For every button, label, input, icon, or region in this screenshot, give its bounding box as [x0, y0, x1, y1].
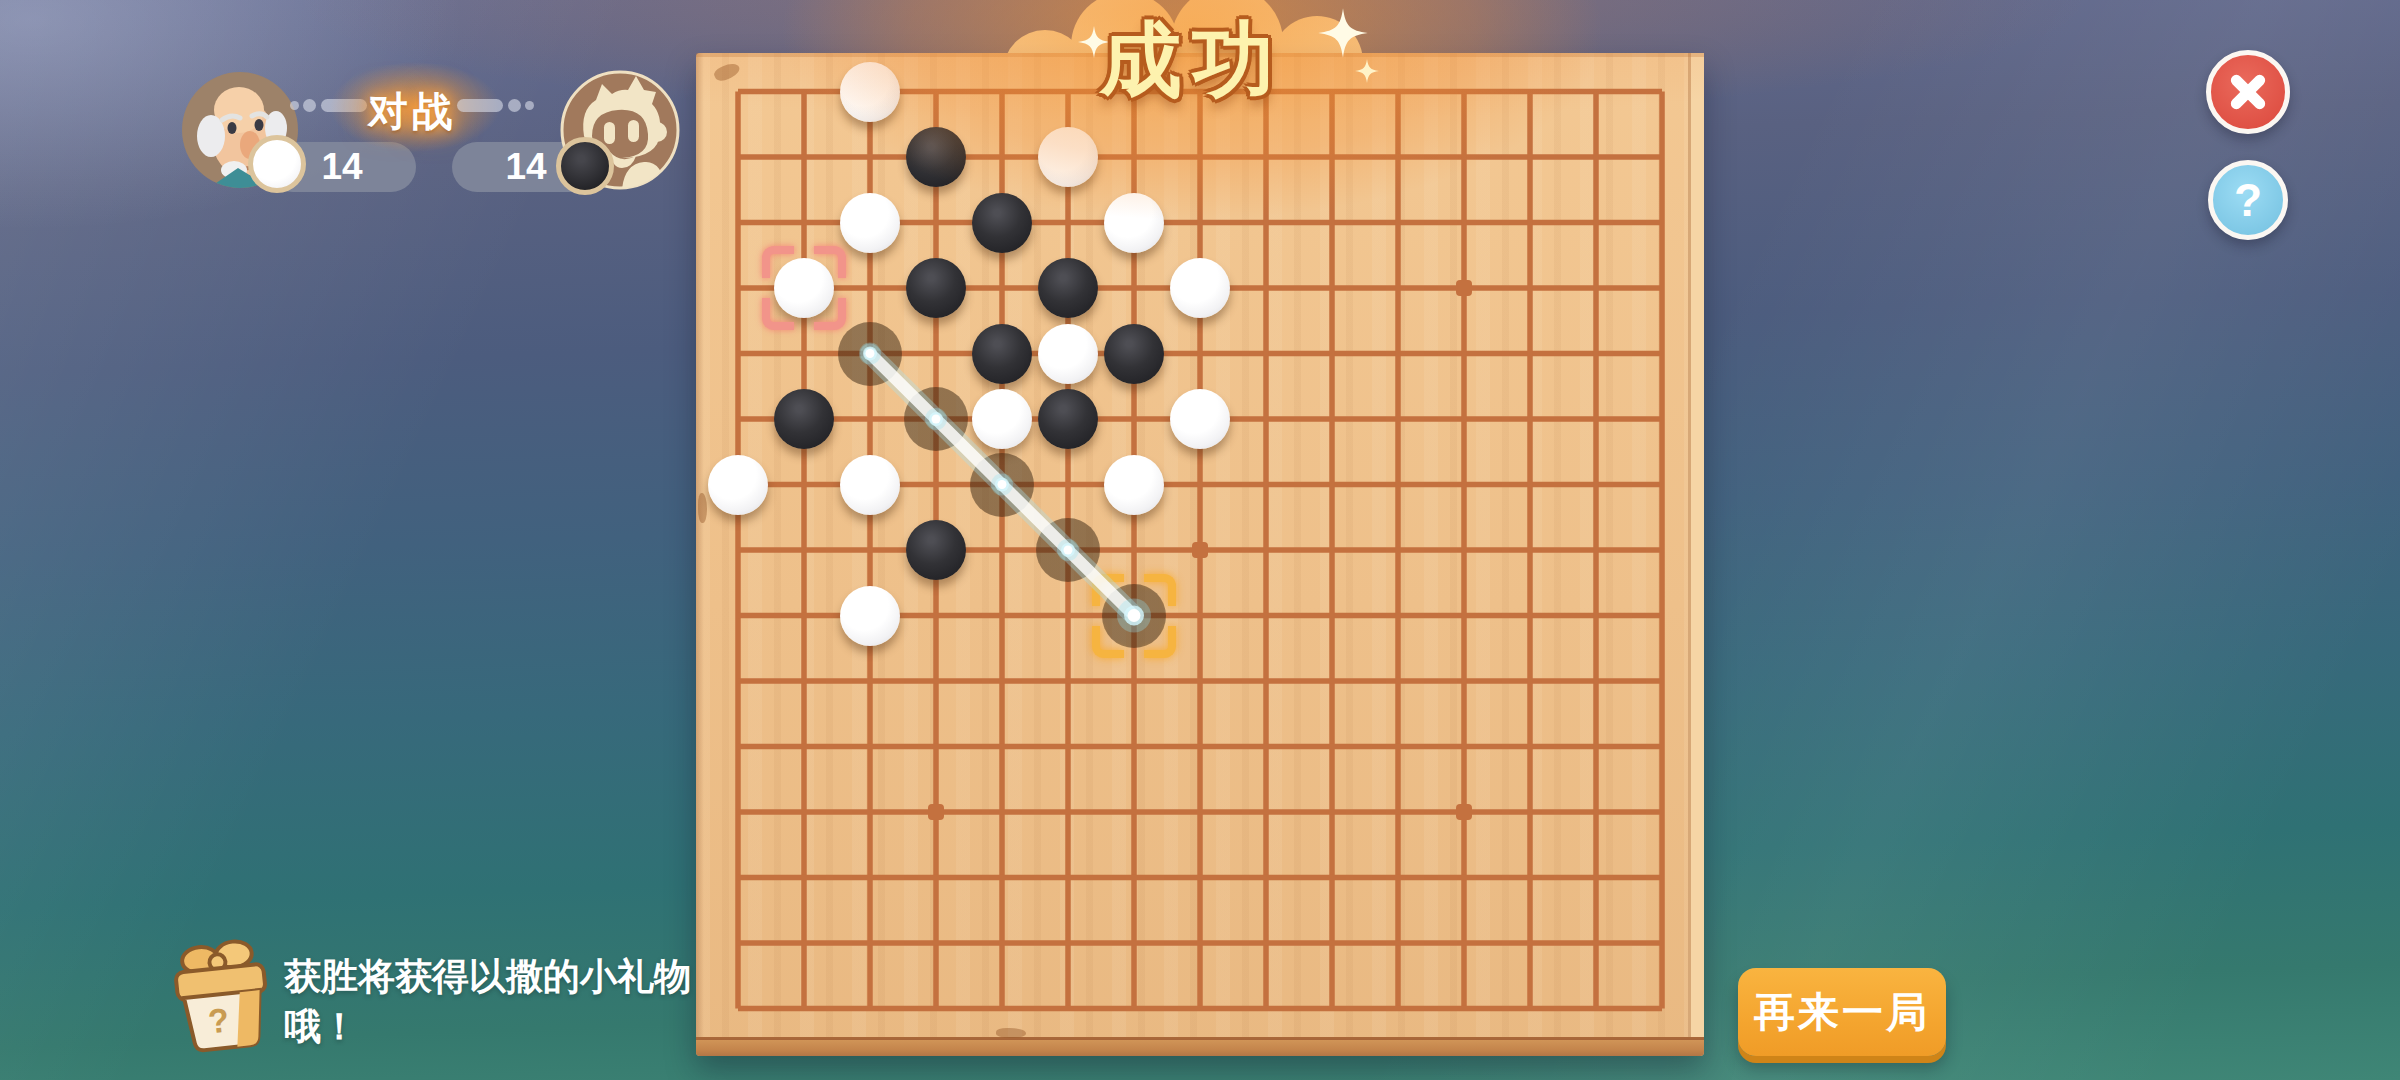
vs-deco-dot [290, 101, 299, 110]
right-count-label: 14 [505, 146, 546, 188]
vs-deco-dash [321, 99, 367, 112]
vs-deco-dot [525, 101, 534, 110]
play-again-label: 再来一局 [1754, 985, 1930, 1040]
gift-message-line2: 哦！ [284, 1002, 844, 1052]
help-button[interactable]: ? [2208, 160, 2288, 240]
black-stone [972, 324, 1032, 384]
black-stone [1038, 258, 1098, 318]
gift-message-line1: 获胜将获得以撒的小礼物 [284, 952, 844, 1002]
white-stone [1038, 127, 1098, 187]
close-button[interactable] [2206, 50, 2290, 134]
left-count-label: 14 [321, 146, 362, 188]
game-screen: 成功 14 [0, 0, 2400, 1080]
left-player-stone-count: 14 [268, 142, 416, 192]
vs-glow [330, 62, 500, 152]
board-grid[interactable] [705, 59, 1695, 1042]
black-stone [774, 389, 834, 449]
black-stone [906, 127, 966, 187]
white-stone [1104, 455, 1164, 515]
black-stone [972, 193, 1032, 253]
white-stone [840, 586, 900, 646]
black-stone [906, 258, 966, 318]
white-stone [1104, 193, 1164, 253]
play-again-button[interactable]: 再来一局 [1738, 968, 1946, 1056]
black-stone [1038, 389, 1098, 449]
black-stone [1104, 324, 1164, 384]
vs-deco-dot [303, 99, 316, 112]
white-stone [840, 193, 900, 253]
vs-deco-dash [457, 99, 503, 112]
white-stone [972, 389, 1032, 449]
gomoku-board[interactable] [696, 53, 1704, 1056]
gift-box-icon: ? [170, 936, 274, 1054]
right-player-stone-count: 14 [452, 142, 600, 192]
gift-message: 获胜将获得以撒的小礼物 哦！ [284, 952, 844, 1052]
white-stone [708, 455, 768, 515]
svg-text:?: ? [206, 1001, 231, 1041]
black-stone-badge [556, 137, 614, 195]
right-player-avatar [560, 70, 680, 190]
ghost-stone [838, 322, 902, 386]
ghost-stone [970, 453, 1034, 517]
vs-deco-dot [508, 99, 521, 112]
ghost-stone [904, 387, 968, 451]
ghost-stone [1036, 518, 1100, 582]
white-stone [840, 455, 900, 515]
white-stone-badge [248, 135, 306, 193]
white-stone [774, 258, 834, 318]
white-stone [1170, 258, 1230, 318]
left-player-avatar [180, 70, 300, 190]
white-stone [1038, 324, 1098, 384]
white-stone [1170, 389, 1230, 449]
ghost-stone [1102, 584, 1166, 648]
black-stone [906, 520, 966, 580]
white-stone [840, 62, 900, 122]
question-icon: ? [2234, 173, 2262, 227]
vs-label: 对战 [342, 84, 482, 139]
